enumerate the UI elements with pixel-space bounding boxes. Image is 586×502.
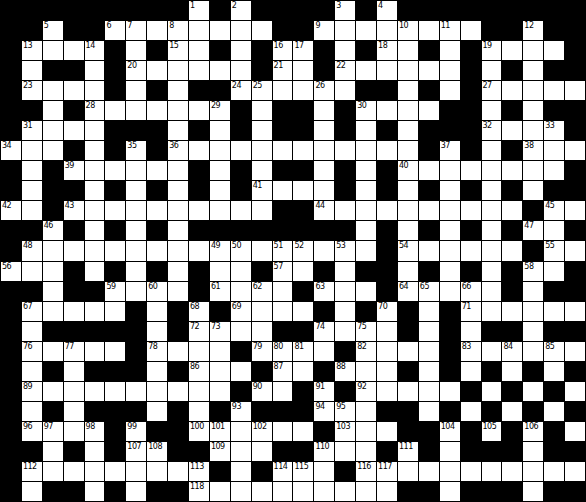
grid-cell-r2c24[interactable] — [502, 41, 522, 60]
grid-cell-r8c22[interactable] — [461, 161, 481, 180]
grid-cell-r8c4[interactable] — [85, 161, 105, 180]
grid-cell-r6c15[interactable] — [314, 121, 334, 140]
grid-cell-r17c10[interactable] — [210, 342, 230, 361]
grid-cell-r13c26[interactable] — [544, 262, 564, 281]
grid-cell-r15c20[interactable] — [419, 302, 439, 321]
grid-cell-r12c24[interactable] — [502, 241, 522, 260]
grid-cell-r13c23[interactable] — [482, 262, 502, 281]
grid-cell-r3c23[interactable] — [482, 61, 502, 80]
grid-cell-r8c25[interactable] — [523, 161, 543, 180]
grid-cell-r24c9[interactable]: 118 — [189, 482, 209, 501]
grid-cell-r13c25[interactable]: 58 — [523, 262, 543, 281]
grid-cell-r9c23[interactable] — [482, 181, 502, 200]
grid-cell-r17c5[interactable] — [105, 342, 125, 361]
grid-cell-r4c2[interactable] — [43, 81, 63, 100]
grid-cell-r23c27[interactable] — [565, 462, 585, 481]
grid-cell-r18c20[interactable] — [419, 362, 439, 381]
grid-cell-r19c9[interactable] — [189, 382, 209, 401]
grid-cell-r2c19[interactable] — [398, 41, 418, 60]
grid-cell-r3c1[interactable] — [22, 61, 42, 80]
grid-cell-r23c6[interactable] — [126, 462, 146, 481]
grid-cell-r9c19[interactable] — [398, 181, 418, 200]
grid-cell-r12c16[interactable]: 53 — [335, 241, 355, 260]
grid-cell-r12c11[interactable]: 50 — [231, 241, 251, 260]
grid-cell-r18c22[interactable] — [461, 362, 481, 381]
grid-cell-r13c4[interactable] — [85, 262, 105, 281]
grid-cell-r13c10[interactable] — [210, 262, 230, 281]
grid-cell-r23c8[interactable] — [168, 462, 188, 481]
grid-cell-r3c8[interactable] — [168, 61, 188, 80]
grid-cell-r24c13[interactable] — [273, 482, 293, 501]
grid-cell-r16c7[interactable] — [147, 322, 167, 341]
grid-cell-r12c4[interactable] — [85, 241, 105, 260]
grid-cell-r6c1[interactable]: 31 — [22, 121, 42, 140]
grid-cell-r2c6[interactable] — [126, 41, 146, 60]
grid-cell-r12c17[interactable] — [356, 241, 376, 260]
grid-cell-r3c10[interactable] — [210, 61, 230, 80]
grid-cell-r17c23[interactable] — [482, 342, 502, 361]
grid-cell-r5c5[interactable] — [105, 101, 125, 120]
grid-cell-r14c21[interactable] — [440, 282, 460, 301]
grid-cell-r11c19[interactable] — [398, 221, 418, 240]
grid-cell-r21c10[interactable]: 101 — [210, 422, 230, 441]
grid-cell-r23c11[interactable] — [231, 462, 251, 481]
grid-cell-r5c25[interactable] — [523, 101, 543, 120]
grid-cell-r12c5[interactable] — [105, 241, 125, 260]
grid-cell-r8c12[interactable] — [252, 161, 272, 180]
grid-cell-r15c14[interactable] — [293, 302, 313, 321]
grid-cell-r18c1[interactable] — [22, 362, 42, 381]
grid-cell-r4c15[interactable]: 26 — [314, 81, 334, 100]
grid-cell-r15c13[interactable] — [273, 302, 293, 321]
grid-cell-r23c22[interactable] — [461, 462, 481, 481]
grid-cell-r9c17[interactable] — [356, 181, 376, 200]
grid-cell-r1c8[interactable]: 8 — [168, 21, 188, 40]
grid-cell-r7c16[interactable] — [335, 141, 355, 160]
grid-cell-r2c1[interactable]: 13 — [22, 41, 42, 60]
grid-cell-r15c16[interactable] — [335, 302, 355, 321]
grid-cell-r15c27[interactable] — [565, 302, 585, 321]
grid-cell-r3c19[interactable] — [398, 61, 418, 80]
grid-cell-r13c0[interactable]: 56 — [1, 262, 21, 281]
grid-cell-r22c12[interactable] — [252, 442, 272, 461]
grid-cell-r14c17[interactable] — [356, 282, 376, 301]
grid-cell-r10c9[interactable] — [189, 201, 209, 220]
grid-cell-r11c8[interactable] — [168, 221, 188, 240]
grid-cell-r22c15[interactable]: 110 — [314, 442, 334, 461]
grid-cell-r11c2[interactable]: 46 — [43, 221, 63, 240]
grid-cell-r5c18[interactable] — [377, 101, 397, 120]
grid-cell-r16c16[interactable] — [335, 322, 355, 341]
grid-cell-r7c19[interactable] — [398, 141, 418, 160]
grid-cell-r14c19[interactable]: 64 — [398, 282, 418, 301]
grid-cell-r7c1[interactable] — [22, 141, 42, 160]
grid-cell-r10c24[interactable] — [502, 201, 522, 220]
grid-cell-r12c14[interactable]: 52 — [293, 241, 313, 260]
grid-cell-r17c27[interactable] — [565, 342, 585, 361]
grid-cell-r19c18[interactable] — [377, 382, 397, 401]
grid-cell-r17c19[interactable] — [398, 342, 418, 361]
grid-cell-r23c14[interactable]: 115 — [293, 462, 313, 481]
grid-cell-r8c5[interactable] — [105, 161, 125, 180]
grid-cell-r16c12[interactable] — [252, 322, 272, 341]
grid-cell-r13c2[interactable] — [43, 262, 63, 281]
grid-cell-r21c21[interactable]: 104 — [440, 422, 460, 441]
grid-cell-r22c10[interactable]: 109 — [210, 442, 230, 461]
grid-cell-r22c2[interactable] — [43, 442, 63, 461]
grid-cell-r0c11[interactable]: 2 — [231, 1, 251, 20]
grid-cell-r21c16[interactable]: 103 — [335, 422, 355, 441]
grid-cell-r7c18[interactable] — [377, 141, 397, 160]
grid-cell-r18c14[interactable] — [293, 362, 313, 381]
grid-cell-r4c27[interactable] — [565, 81, 585, 100]
grid-cell-r4c19[interactable] — [398, 81, 418, 100]
grid-cell-r23c7[interactable] — [147, 462, 167, 481]
grid-cell-r6c2[interactable] — [43, 121, 63, 140]
grid-cell-r10c18[interactable] — [377, 201, 397, 220]
grid-cell-r21c11[interactable] — [231, 422, 251, 441]
grid-cell-r6c23[interactable]: 32 — [482, 121, 502, 140]
grid-cell-r7c6[interactable]: 35 — [126, 141, 146, 160]
grid-cell-r17c1[interactable]: 76 — [22, 342, 42, 361]
grid-cell-r1c9[interactable] — [189, 21, 209, 40]
grid-cell-r12c15[interactable] — [314, 241, 334, 260]
grid-cell-r9c4[interactable] — [85, 181, 105, 200]
grid-cell-r19c10[interactable] — [210, 382, 230, 401]
grid-cell-r5c20[interactable] — [419, 101, 439, 120]
grid-cell-r12c20[interactable] — [419, 241, 439, 260]
grid-cell-r15c3[interactable] — [64, 302, 84, 321]
grid-cell-r4c3[interactable] — [64, 81, 84, 100]
grid-cell-r19c23[interactable] — [482, 382, 502, 401]
grid-cell-r3c14[interactable] — [293, 61, 313, 80]
grid-cell-r15c23[interactable] — [482, 302, 502, 321]
grid-cell-r2c16[interactable] — [335, 41, 355, 60]
grid-cell-r0c16[interactable]: 3 — [335, 1, 355, 20]
grid-cell-r7c21[interactable]: 37 — [440, 141, 460, 160]
grid-cell-r15c4[interactable] — [85, 302, 105, 321]
grid-cell-r20c22[interactable] — [461, 402, 481, 421]
grid-cell-r19c13[interactable] — [273, 382, 293, 401]
grid-cell-r24c18[interactable] — [377, 482, 397, 501]
grid-cell-r19c27[interactable] — [565, 382, 585, 401]
grid-cell-r2c26[interactable] — [544, 41, 564, 60]
grid-cell-r15c24[interactable] — [502, 302, 522, 321]
grid-cell-r23c15[interactable] — [314, 462, 334, 481]
grid-cell-r23c3[interactable] — [64, 462, 84, 481]
grid-cell-r1c2[interactable]: 5 — [43, 21, 63, 40]
grid-cell-r4c4[interactable] — [85, 81, 105, 100]
grid-cell-r10c22[interactable] — [461, 201, 481, 220]
grid-cell-r2c25[interactable] — [523, 41, 543, 60]
grid-cell-r12c3[interactable] — [64, 241, 84, 260]
grid-cell-r9c13[interactable] — [273, 181, 293, 200]
grid-cell-r19c2[interactable] — [43, 382, 63, 401]
grid-cell-r12c21[interactable] — [440, 241, 460, 260]
grid-cell-r24c4[interactable] — [85, 482, 105, 501]
grid-cell-r9c10[interactable] — [210, 181, 230, 200]
grid-cell-r1c17[interactable] — [356, 21, 376, 40]
grid-cell-r2c21[interactable] — [440, 41, 460, 60]
grid-cell-r7c9[interactable] — [189, 141, 209, 160]
grid-cell-r16c15[interactable]: 74 — [314, 322, 334, 341]
grid-cell-r14c6[interactable] — [126, 282, 146, 301]
grid-cell-r4c1[interactable]: 23 — [22, 81, 42, 100]
grid-cell-r15c2[interactable] — [43, 302, 63, 321]
grid-cell-r22c7[interactable]: 108 — [147, 442, 167, 461]
grid-cell-r8c7[interactable] — [147, 161, 167, 180]
grid-cell-r22c21[interactable] — [440, 442, 460, 461]
grid-cell-r1c21[interactable]: 11 — [440, 21, 460, 40]
grid-cell-r7c17[interactable] — [356, 141, 376, 160]
grid-cell-r12c22[interactable] — [461, 241, 481, 260]
grid-cell-r16c17[interactable]: 75 — [356, 322, 376, 341]
grid-cell-r23c18[interactable]: 117 — [377, 462, 397, 481]
grid-cell-r22c19[interactable]: 111 — [398, 442, 418, 461]
grid-cell-r4c26[interactable] — [544, 81, 564, 100]
grid-cell-r4c21[interactable] — [440, 81, 460, 100]
grid-cell-r6c25[interactable] — [523, 121, 543, 140]
grid-cell-r21c25[interactable]: 106 — [523, 422, 543, 441]
grid-cell-r14c23[interactable] — [482, 282, 502, 301]
grid-cell-r17c9[interactable] — [189, 342, 209, 361]
grid-cell-r19c15[interactable]: 91 — [314, 382, 334, 401]
grid-cell-r1c11[interactable] — [231, 21, 251, 40]
grid-cell-r5c15[interactable] — [314, 101, 334, 120]
grid-cell-r2c14[interactable]: 17 — [293, 41, 313, 60]
grid-cell-r15c7[interactable] — [147, 302, 167, 321]
grid-cell-r0c18[interactable]: 4 — [377, 1, 397, 20]
grid-cell-r8c24[interactable] — [502, 161, 522, 180]
grid-cell-r8c15[interactable] — [314, 161, 334, 180]
grid-cell-r12c12[interactable] — [252, 241, 272, 260]
grid-cell-r6c4[interactable] — [85, 121, 105, 140]
grid-cell-r18c11[interactable] — [231, 362, 251, 381]
grid-cell-r11c4[interactable] — [85, 221, 105, 240]
grid-cell-r15c9[interactable]: 68 — [189, 302, 209, 321]
grid-cell-r23c2[interactable] — [43, 462, 63, 481]
grid-cell-r10c21[interactable] — [440, 201, 460, 220]
grid-cell-r21c12[interactable]: 102 — [252, 422, 272, 441]
grid-cell-r23c9[interactable]: 113 — [189, 462, 209, 481]
grid-cell-r4c13[interactable] — [273, 81, 293, 100]
grid-cell-r12c26[interactable]: 55 — [544, 241, 564, 260]
grid-cell-r24c12[interactable] — [252, 482, 272, 501]
grid-cell-r24c15[interactable] — [314, 482, 334, 501]
grid-cell-r6c24[interactable] — [502, 121, 522, 140]
grid-cell-r6c12[interactable] — [252, 121, 272, 140]
grid-cell-r5c12[interactable] — [252, 101, 272, 120]
grid-cell-r24c17[interactable] — [356, 482, 376, 501]
grid-cell-r17c22[interactable]: 83 — [461, 342, 481, 361]
grid-cell-r21c27[interactable] — [565, 422, 585, 441]
grid-cell-r23c24[interactable] — [502, 462, 522, 481]
grid-cell-r19c7[interactable] — [147, 382, 167, 401]
grid-cell-r20c7[interactable] — [147, 402, 167, 421]
grid-cell-r12c27[interactable] — [565, 241, 585, 260]
grid-cell-r24c6[interactable] — [126, 482, 146, 501]
grid-cell-r19c25[interactable] — [523, 382, 543, 401]
grid-cell-r2c2[interactable] — [43, 41, 63, 60]
grid-cell-r23c19[interactable] — [398, 462, 418, 481]
grid-cell-r9c15[interactable] — [314, 181, 334, 200]
grid-cell-r12c6[interactable] — [126, 241, 146, 260]
grid-cell-r14c15[interactable]: 63 — [314, 282, 334, 301]
grid-cell-r7c12[interactable] — [252, 141, 272, 160]
grid-cell-r14c25[interactable] — [523, 282, 543, 301]
grid-cell-r14c10[interactable]: 61 — [210, 282, 230, 301]
grid-cell-r12c7[interactable] — [147, 241, 167, 260]
grid-cell-r2c18[interactable]: 18 — [377, 41, 397, 60]
grid-cell-r12c9[interactable] — [189, 241, 209, 260]
grid-cell-r20c16[interactable]: 95 — [335, 402, 355, 421]
grid-cell-r23c1[interactable]: 112 — [22, 462, 42, 481]
grid-cell-r13c19[interactable] — [398, 262, 418, 281]
grid-cell-r20c26[interactable] — [544, 402, 564, 421]
grid-cell-r22c6[interactable]: 107 — [126, 442, 146, 461]
grid-cell-r11c25[interactable]: 47 — [523, 221, 543, 240]
grid-cell-r21c23[interactable]: 105 — [482, 422, 502, 441]
grid-cell-r16c10[interactable]: 73 — [210, 322, 230, 341]
grid-cell-r3c18[interactable] — [377, 61, 397, 80]
grid-cell-r16c1[interactable] — [22, 322, 42, 341]
grid-cell-r8c19[interactable]: 40 — [398, 161, 418, 180]
grid-cell-r1c7[interactable] — [147, 21, 167, 40]
grid-cell-r12c19[interactable]: 54 — [398, 241, 418, 260]
grid-cell-r13c13[interactable]: 57 — [273, 262, 293, 281]
grid-cell-r10c0[interactable]: 42 — [1, 201, 21, 220]
grid-cell-r6c19[interactable] — [398, 121, 418, 140]
grid-cell-r14c7[interactable]: 60 — [147, 282, 167, 301]
grid-cell-r21c2[interactable]: 97 — [43, 422, 63, 441]
grid-cell-r13c14[interactable] — [293, 262, 313, 281]
grid-cell-r2c9[interactable] — [189, 41, 209, 60]
grid-cell-r12c13[interactable]: 51 — [273, 241, 293, 260]
grid-cell-r19c3[interactable] — [64, 382, 84, 401]
grid-cell-r1c18[interactable] — [377, 21, 397, 40]
grid-cell-r8c23[interactable] — [482, 161, 502, 180]
grid-cell-r24c14[interactable] — [293, 482, 313, 501]
grid-cell-r21c13[interactable] — [273, 422, 293, 441]
grid-cell-r17c3[interactable]: 77 — [64, 342, 84, 361]
grid-cell-r10c23[interactable] — [482, 201, 502, 220]
grid-cell-r17c14[interactable]: 81 — [293, 342, 313, 361]
grid-cell-r14c12[interactable]: 62 — [252, 282, 272, 301]
grid-cell-r22c16[interactable] — [335, 442, 355, 461]
grid-cell-r4c23[interactable]: 27 — [482, 81, 502, 100]
grid-cell-r23c5[interactable] — [105, 462, 125, 481]
grid-cell-r3c25[interactable] — [523, 61, 543, 80]
grid-cell-r10c26[interactable]: 45 — [544, 201, 564, 220]
grid-cell-r11c26[interactable] — [544, 221, 564, 240]
grid-cell-r18c18[interactable] — [377, 362, 397, 381]
grid-cell-r18c17[interactable] — [356, 362, 376, 381]
grid-cell-r17c12[interactable]: 79 — [252, 342, 272, 361]
grid-cell-r24c11[interactable] — [231, 482, 251, 501]
grid-cell-r10c4[interactable] — [85, 201, 105, 220]
grid-cell-r10c15[interactable]: 44 — [314, 201, 334, 220]
grid-cell-r10c11[interactable] — [231, 201, 251, 220]
grid-cell-r24c25[interactable] — [523, 482, 543, 501]
grid-cell-r19c21[interactable] — [440, 382, 460, 401]
grid-cell-r21c9[interactable]: 100 — [189, 422, 209, 441]
grid-cell-r7c10[interactable] — [210, 141, 230, 160]
grid-cell-r22c17[interactable] — [356, 442, 376, 461]
grid-cell-r11c17[interactable] — [356, 221, 376, 240]
grid-cell-r17c20[interactable] — [419, 342, 439, 361]
grid-cell-r21c18[interactable] — [377, 422, 397, 441]
grid-cell-r9c8[interactable] — [168, 181, 188, 200]
grid-cell-r20c17[interactable] — [356, 402, 376, 421]
grid-cell-r19c5[interactable] — [105, 382, 125, 401]
grid-cell-r21c6[interactable]: 99 — [126, 422, 146, 441]
grid-cell-r3c17[interactable] — [356, 61, 376, 80]
grid-cell-r16c22[interactable] — [461, 322, 481, 341]
grid-cell-r1c15[interactable]: 9 — [314, 21, 334, 40]
grid-cell-r17c7[interactable]: 78 — [147, 342, 167, 361]
grid-cell-r19c6[interactable] — [126, 382, 146, 401]
grid-cell-r20c11[interactable]: 93 — [231, 402, 251, 421]
grid-cell-r2c3[interactable] — [64, 41, 84, 60]
grid-cell-r5c17[interactable]: 30 — [356, 101, 376, 120]
grid-cell-r23c25[interactable] — [523, 462, 543, 481]
grid-cell-r3c9[interactable] — [189, 61, 209, 80]
grid-cell-r19c19[interactable] — [398, 382, 418, 401]
grid-cell-r3c7[interactable] — [147, 61, 167, 80]
grid-cell-r6c10[interactable] — [210, 121, 230, 140]
grid-cell-r12c8[interactable] — [168, 241, 188, 260]
grid-cell-r22c4[interactable] — [85, 442, 105, 461]
grid-cell-r7c2[interactable] — [43, 141, 63, 160]
grid-cell-r8c26[interactable] — [544, 161, 564, 180]
grid-cell-r4c6[interactable] — [126, 81, 146, 100]
grid-cell-r21c3[interactable] — [64, 422, 84, 441]
grid-cell-r1c6[interactable]: 7 — [126, 21, 146, 40]
grid-cell-r4c16[interactable] — [335, 81, 355, 100]
grid-cell-r15c1[interactable]: 67 — [22, 302, 42, 321]
grid-cell-r24c10[interactable] — [210, 482, 230, 501]
grid-cell-r4c8[interactable] — [168, 81, 188, 100]
grid-cell-r5c2[interactable] — [43, 101, 63, 120]
grid-cell-r1c12[interactable] — [252, 21, 272, 40]
grid-cell-r8c6[interactable] — [126, 161, 146, 180]
grid-cell-r8c8[interactable] — [168, 161, 188, 180]
grid-cell-r1c16[interactable] — [335, 21, 355, 40]
grid-cell-r12c23[interactable] — [482, 241, 502, 260]
grid-cell-r3c21[interactable] — [440, 61, 460, 80]
grid-cell-r20c3[interactable] — [64, 402, 84, 421]
grid-cell-r19c1[interactable]: 89 — [22, 382, 42, 401]
grid-cell-r18c9[interactable]: 86 — [189, 362, 209, 381]
grid-cell-r1c10[interactable] — [210, 21, 230, 40]
grid-cell-r15c25[interactable] — [523, 302, 543, 321]
grid-cell-r13c6[interactable] — [126, 262, 146, 281]
grid-cell-r1c20[interactable] — [419, 21, 439, 40]
grid-cell-r5c8[interactable] — [168, 101, 188, 120]
grid-cell-r19c12[interactable]: 90 — [252, 382, 272, 401]
grid-cell-r8c1[interactable] — [22, 161, 42, 180]
grid-cell-r7c14[interactable] — [293, 141, 313, 160]
grid-cell-r9c21[interactable] — [440, 181, 460, 200]
grid-cell-r10c12[interactable] — [252, 201, 272, 220]
grid-cell-r17c25[interactable] — [523, 342, 543, 361]
grid-cell-r10c1[interactable] — [22, 201, 42, 220]
grid-cell-r3c13[interactable]: 21 — [273, 61, 293, 80]
grid-cell-r20c20[interactable] — [419, 402, 439, 421]
grid-cell-r9c25[interactable] — [523, 181, 543, 200]
grid-cell-r13c21[interactable] — [440, 262, 460, 281]
grid-cell-r10c17[interactable] — [356, 201, 376, 220]
